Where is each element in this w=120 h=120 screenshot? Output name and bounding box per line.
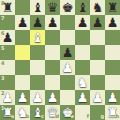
square-g4[interactable] <box>90 60 105 75</box>
square-h5[interactable] <box>105 45 120 60</box>
piece-black-king[interactable]: ♚ <box>60 0 75 15</box>
square-e6[interactable] <box>60 30 75 45</box>
square-f7[interactable]: ♟ <box>75 15 90 30</box>
piece-white-pawn[interactable]: ♟ <box>60 60 75 75</box>
square-g8[interactable]: ♞ <box>90 0 105 15</box>
square-e2[interactable] <box>60 90 75 105</box>
square-c6[interactable]: ♝ <box>30 30 45 45</box>
square-a6[interactable]: 6♟ <box>0 30 15 45</box>
piece-white-knight[interactable]: ♞ <box>15 105 30 120</box>
piece-white-pawn[interactable]: ♟ <box>15 90 30 105</box>
square-a7[interactable]: 7 <box>0 15 15 30</box>
square-c1[interactable]: c♝ <box>30 105 45 120</box>
file-label-f: f <box>87 114 89 119</box>
square-f4[interactable] <box>75 60 90 75</box>
piece-black-queen[interactable]: ♛ <box>45 0 60 15</box>
square-h3[interactable] <box>105 75 120 90</box>
square-g2[interactable]: ♟ <box>90 90 105 105</box>
square-a8[interactable]: 8♜ <box>0 0 15 15</box>
square-f1[interactable]: f <box>75 105 90 120</box>
square-e8[interactable]: ♚ <box>60 0 75 15</box>
piece-white-bishop[interactable]: ♝ <box>30 30 45 45</box>
square-g7[interactable]: ♟ <box>90 15 105 30</box>
square-b7[interactable]: ♟ <box>15 15 30 30</box>
square-g6[interactable] <box>90 30 105 45</box>
square-h8[interactable]: ♜ <box>105 0 120 15</box>
square-a3[interactable]: 3 <box>0 75 15 90</box>
square-d5[interactable] <box>45 45 60 60</box>
chess-board: 8♜♝♛♚♝♞♜7♟♟♟♟♟♟6♟♝5♟4♟3♞2♟♟♟♟♟♟♟1a♜b♞c♝d… <box>0 0 120 120</box>
square-c3[interactable] <box>30 75 45 90</box>
square-b5[interactable] <box>15 45 30 60</box>
piece-black-pawn[interactable]: ♟ <box>75 15 90 30</box>
piece-black-rook[interactable]: ♜ <box>0 0 15 15</box>
square-h2[interactable]: ♟ <box>105 90 120 105</box>
piece-black-bishop[interactable]: ♝ <box>75 0 90 15</box>
piece-white-pawn[interactable]: ♟ <box>90 90 105 105</box>
square-a1[interactable]: 1a♜ <box>0 105 15 120</box>
square-b4[interactable] <box>15 60 30 75</box>
rank-label-4: 4 <box>1 61 4 66</box>
piece-black-pawn[interactable]: ♟ <box>0 30 15 45</box>
square-d3[interactable] <box>45 75 60 90</box>
piece-white-pawn[interactable]: ♟ <box>105 90 120 105</box>
square-g3[interactable] <box>90 75 105 90</box>
piece-white-rook[interactable]: ♜ <box>0 105 15 120</box>
square-b6[interactable] <box>15 30 30 45</box>
square-c2[interactable]: ♟ <box>30 90 45 105</box>
piece-white-pawn[interactable]: ♟ <box>75 90 90 105</box>
file-label-g: g <box>100 114 104 119</box>
square-c5[interactable] <box>30 45 45 60</box>
piece-white-king[interactable]: ♚ <box>60 105 75 120</box>
piece-black-pawn[interactable]: ♟ <box>90 15 105 30</box>
square-e3[interactable] <box>60 75 75 90</box>
square-f5[interactable] <box>75 45 90 60</box>
square-f3[interactable]: ♞ <box>75 75 90 90</box>
piece-black-knight[interactable]: ♞ <box>90 0 105 15</box>
rank-label-5: 5 <box>1 46 4 51</box>
square-b2[interactable]: ♟ <box>15 90 30 105</box>
piece-black-rook[interactable]: ♜ <box>105 0 120 15</box>
rank-label-7: 7 <box>1 16 4 21</box>
square-d8[interactable]: ♛ <box>45 0 60 15</box>
square-e1[interactable]: e♚ <box>60 105 75 120</box>
piece-white-pawn[interactable]: ♟ <box>0 90 15 105</box>
square-d2[interactable]: ♟ <box>45 90 60 105</box>
square-h6[interactable] <box>105 30 120 45</box>
piece-white-rook[interactable]: ♜ <box>105 105 120 120</box>
square-a5[interactable]: 5 <box>0 45 15 60</box>
piece-white-pawn[interactable]: ♟ <box>45 90 60 105</box>
piece-black-pawn[interactable]: ♟ <box>105 15 120 30</box>
rank-label-3: 3 <box>1 76 4 81</box>
square-h4[interactable] <box>105 60 120 75</box>
square-a4[interactable]: 4 <box>0 60 15 75</box>
square-f6[interactable] <box>75 30 90 45</box>
square-b8[interactable] <box>15 0 30 15</box>
piece-white-queen[interactable]: ♛ <box>45 105 60 120</box>
square-e4[interactable]: ♟ <box>60 60 75 75</box>
piece-white-knight[interactable]: ♞ <box>75 75 90 90</box>
square-a2[interactable]: 2♟ <box>0 90 15 105</box>
square-c4[interactable] <box>30 60 45 75</box>
piece-black-pawn[interactable]: ♟ <box>30 15 45 30</box>
square-h7[interactable]: ♟ <box>105 15 120 30</box>
piece-black-pawn[interactable]: ♟ <box>45 15 60 30</box>
piece-white-pawn[interactable]: ♟ <box>30 90 45 105</box>
square-d7[interactable]: ♟ <box>45 15 60 30</box>
piece-white-bishop[interactable]: ♝ <box>30 105 45 120</box>
square-d4[interactable] <box>45 60 60 75</box>
square-b1[interactable]: b♞ <box>15 105 30 120</box>
square-e7[interactable] <box>60 15 75 30</box>
square-g1[interactable]: g <box>90 105 105 120</box>
square-b3[interactable] <box>15 75 30 90</box>
square-c8[interactable]: ♝ <box>30 0 45 15</box>
square-g5[interactable] <box>90 45 105 60</box>
piece-black-pawn[interactable]: ♟ <box>60 45 75 60</box>
square-d1[interactable]: d♛ <box>45 105 60 120</box>
square-d6[interactable] <box>45 30 60 45</box>
piece-black-bishop[interactable]: ♝ <box>30 0 45 15</box>
piece-black-pawn[interactable]: ♟ <box>15 15 30 30</box>
square-f2[interactable]: ♟ <box>75 90 90 105</box>
square-h1[interactable]: h♜ <box>105 105 120 120</box>
square-e5[interactable]: ♟ <box>60 45 75 60</box>
square-c7[interactable]: ♟ <box>30 15 45 30</box>
square-f8[interactable]: ♝ <box>75 0 90 15</box>
